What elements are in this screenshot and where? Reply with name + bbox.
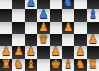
square-c6[interactable]: ♟ [25, 0, 37, 9]
square-a2[interactable]: ♟ [0, 46, 12, 58]
white-bishop[interactable]: ♝ [63, 59, 73, 71]
board-viewport: ♟♞♟♝♟♟♛♟♟♟♟♟♟♜♞♝♚♝♞♜ [0, 0, 99, 71]
square-c5[interactable] [25, 9, 37, 21]
white-pawn[interactable]: ♟ [88, 34, 98, 46]
square-b6[interactable] [12, 0, 24, 9]
white-pawn[interactable]: ♟ [14, 46, 24, 58]
square-e1[interactable]: ♚ [50, 59, 62, 71]
white-knight[interactable]: ♞ [14, 59, 24, 71]
square-g2[interactable]: ♟ [74, 46, 86, 58]
square-a5[interactable] [0, 9, 12, 21]
white-pawn[interactable]: ♟ [51, 46, 61, 58]
white-king[interactable]: ♚ [51, 59, 61, 71]
white-pawn[interactable]: ♟ [63, 22, 73, 34]
black-pawn[interactable]: ♟ [26, 0, 36, 9]
square-h3[interactable]: ♟ [87, 34, 99, 46]
square-b4[interactable] [12, 22, 24, 34]
white-rook[interactable]: ♜ [88, 59, 98, 71]
square-d1[interactable] [37, 59, 49, 71]
square-f3[interactable] [62, 34, 74, 46]
square-c1[interactable]: ♝ [25, 59, 37, 71]
square-g4[interactable] [74, 22, 86, 34]
square-f1[interactable]: ♝ [62, 59, 74, 71]
white-rook[interactable]: ♜ [1, 59, 11, 71]
square-f5[interactable] [62, 9, 74, 21]
black-knight[interactable]: ♞ [63, 0, 73, 9]
black-bishop[interactable]: ♝ [88, 9, 98, 21]
square-f4[interactable]: ♟ [62, 22, 74, 34]
square-d2[interactable] [37, 46, 49, 58]
white-bishop[interactable]: ♝ [26, 59, 36, 71]
white-pawn[interactable]: ♟ [38, 22, 48, 34]
square-g1[interactable]: ♞ [74, 59, 86, 71]
square-g6[interactable] [74, 0, 86, 9]
square-h1[interactable]: ♜ [87, 59, 99, 71]
square-d5[interactable]: ♟ [37, 9, 49, 21]
square-d3[interactable]: ♛ [37, 34, 49, 46]
chess-board: ♟♞♟♝♟♟♛♟♟♟♟♟♟♜♞♝♚♝♞♜ [0, 0, 99, 71]
square-a6[interactable] [0, 0, 12, 9]
square-b2[interactable]: ♟ [12, 46, 24, 58]
square-c4[interactable] [25, 22, 37, 34]
square-g5[interactable] [74, 9, 86, 21]
square-h2[interactable] [87, 46, 99, 58]
white-knight[interactable]: ♞ [76, 59, 86, 71]
square-b5[interactable] [12, 9, 24, 21]
square-h5[interactable]: ♝ [87, 9, 99, 21]
white-pawn[interactable]: ♟ [76, 46, 86, 58]
square-e4[interactable] [50, 22, 62, 34]
square-c2[interactable]: ♟ [25, 46, 37, 58]
square-e2[interactable]: ♟ [50, 46, 62, 58]
white-pawn[interactable]: ♟ [1, 46, 11, 58]
square-f2[interactable] [62, 46, 74, 58]
square-a4[interactable] [0, 22, 12, 34]
square-e5[interactable] [50, 9, 62, 21]
square-b1[interactable]: ♞ [12, 59, 24, 71]
square-f6[interactable]: ♞ [62, 0, 74, 9]
white-queen[interactable]: ♛ [38, 34, 48, 46]
white-pawn[interactable]: ♟ [26, 46, 36, 58]
square-e6[interactable] [50, 0, 62, 9]
black-pawn[interactable]: ♟ [38, 9, 48, 21]
square-a1[interactable]: ♜ [0, 59, 12, 71]
